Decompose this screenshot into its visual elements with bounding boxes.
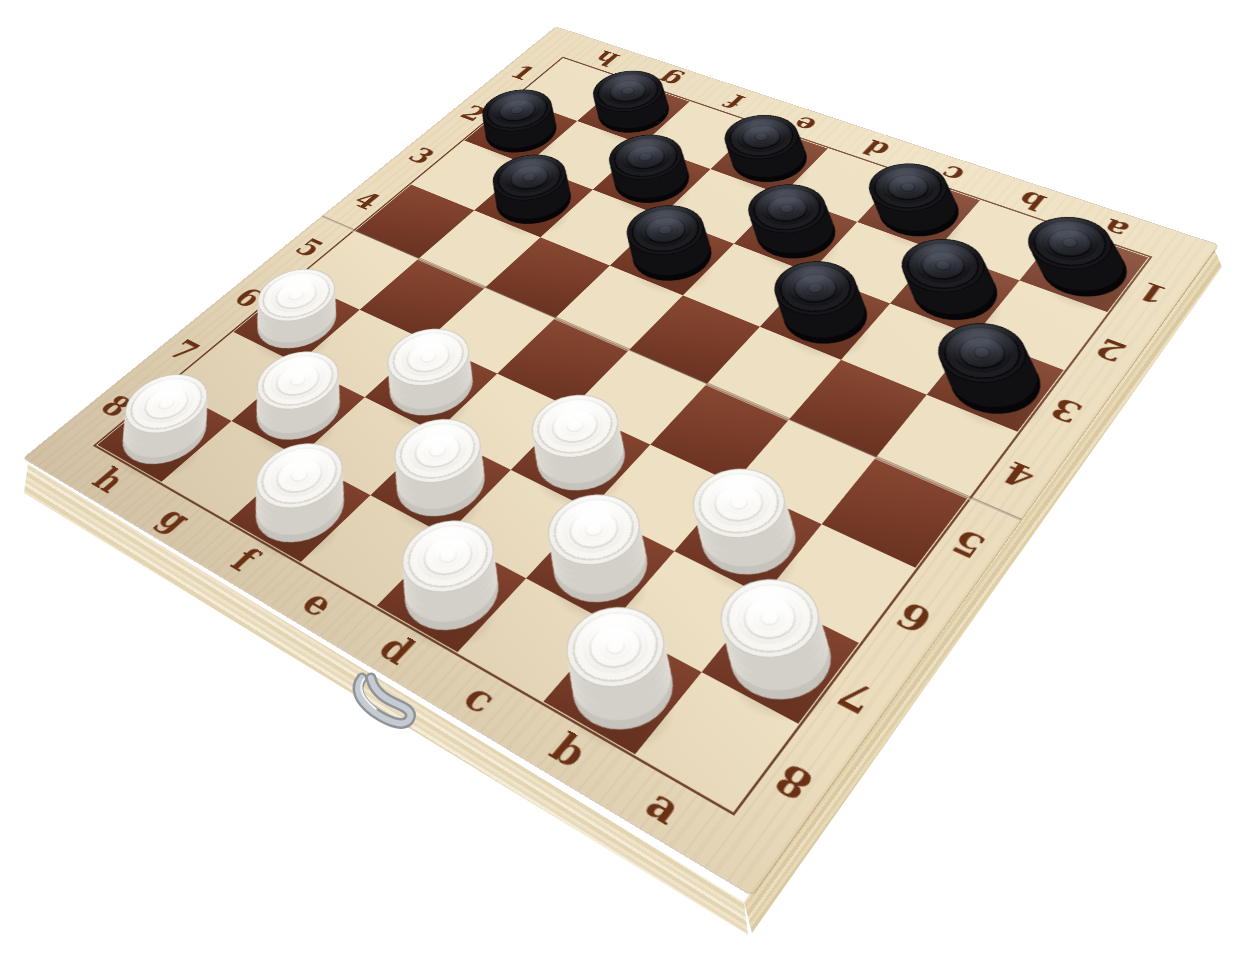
black-man-e1[interactable] xyxy=(711,125,828,195)
white-man-a7[interactable] xyxy=(702,596,859,724)
white-man-f8[interactable] xyxy=(229,457,370,562)
white-man-d8[interactable] xyxy=(377,536,526,653)
black-man-f2[interactable] xyxy=(593,144,711,216)
white-man-b8[interactable] xyxy=(543,624,701,755)
photo-stage: 11hh22gg33ff44ee55dd66cc77bb88aa xyxy=(0,0,1235,976)
white-man-c7[interactable] xyxy=(526,509,674,623)
black-man-g3[interactable] xyxy=(474,164,592,237)
white-man-d6[interactable] xyxy=(511,408,651,509)
black-man-d2[interactable] xyxy=(734,195,857,273)
black-man-b2[interactable] xyxy=(890,250,1019,335)
white-man-f6[interactable] xyxy=(365,341,497,433)
pieces-layer xyxy=(24,27,1218,895)
black-man-e3[interactable] xyxy=(610,216,734,295)
black-man-a3[interactable] xyxy=(927,336,1064,432)
black-man-c3[interactable] xyxy=(760,273,890,360)
black-man-c1[interactable] xyxy=(857,174,980,251)
white-man-e7[interactable] xyxy=(370,433,510,536)
board-plane: 11hh22gg33ff44ee55dd66cc77bb88aa xyxy=(24,27,1218,895)
white-man-h8[interactable] xyxy=(97,387,231,482)
black-man-h2[interactable] xyxy=(464,99,577,165)
white-man-b6[interactable] xyxy=(674,483,821,595)
black-man-g1[interactable] xyxy=(577,80,689,145)
black-man-a1[interactable] xyxy=(1019,228,1148,312)
